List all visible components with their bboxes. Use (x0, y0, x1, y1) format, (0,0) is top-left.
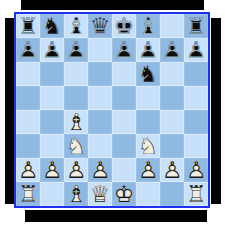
square-d3[interactable] (88, 134, 112, 158)
piece-white-pawn: ♟♙ (64, 158, 88, 182)
square-f5[interactable] (136, 86, 160, 110)
pawn-glyph-outline: ♙ (136, 38, 160, 62)
square-e6[interactable] (112, 62, 136, 86)
pawn-glyph-outline: ♙ (136, 158, 160, 182)
square-g2[interactable]: ♟♙ (160, 158, 184, 182)
piece-white-knight: ♞♘ (136, 134, 160, 158)
piece-white-rook: ♜♖ (16, 182, 40, 206)
pawn-glyph-outline: ♙ (112, 38, 136, 62)
square-h3[interactable] (184, 134, 208, 158)
square-f7[interactable]: ♟♙ (136, 38, 160, 62)
pawn-glyph-outline: ♙ (64, 38, 88, 62)
square-a1[interactable]: ♜♖ (16, 182, 40, 206)
square-c2[interactable]: ♟♙ (64, 158, 88, 182)
square-g7[interactable]: ♟♙ (160, 38, 184, 62)
piece-white-pawn: ♟♙ (16, 158, 40, 182)
piece-white-pawn: ♟♙ (40, 158, 64, 182)
square-c7[interactable]: ♟♙ (64, 38, 88, 62)
square-d6[interactable] (88, 62, 112, 86)
square-f4[interactable] (136, 110, 160, 134)
pawn-glyph-outline: ♙ (16, 38, 40, 62)
bishop-glyph-outline: ♗ (64, 14, 88, 38)
pawn-glyph-outline: ♙ (64, 158, 88, 182)
square-b2[interactable]: ♟♙ (40, 158, 64, 182)
square-e1[interactable]: ♚♔ (112, 182, 136, 206)
piece-black-knight: ♞♘ (136, 62, 160, 86)
piece-white-pawn: ♟♙ (160, 158, 184, 182)
pawn-glyph-outline: ♙ (184, 38, 208, 62)
square-b1[interactable] (40, 182, 64, 206)
rook-glyph-outline: ♖ (16, 182, 40, 206)
square-h4[interactable] (184, 110, 208, 134)
square-c8[interactable]: ♝♗ (64, 14, 88, 38)
square-e4[interactable] (112, 110, 136, 134)
knight-glyph-outline: ♘ (64, 134, 88, 158)
square-e8[interactable]: ♚♔ (112, 14, 136, 38)
piece-black-pawn: ♟♙ (64, 38, 88, 62)
square-c6[interactable] (64, 62, 88, 86)
square-e3[interactable] (112, 134, 136, 158)
square-a3[interactable] (16, 134, 40, 158)
square-b4[interactable] (40, 110, 64, 134)
square-h7[interactable]: ♟♙ (184, 38, 208, 62)
piece-black-knight: ♞♘ (40, 14, 64, 38)
square-a2[interactable]: ♟♙ (16, 158, 40, 182)
square-d4[interactable] (88, 110, 112, 134)
square-b3[interactable] (40, 134, 64, 158)
bishop-glyph-outline: ♗ (64, 182, 88, 206)
square-e5[interactable] (112, 86, 136, 110)
square-d2[interactable]: ♟♙ (88, 158, 112, 182)
bishop-glyph-outline: ♗ (64, 110, 88, 134)
piece-black-pawn: ♟♙ (136, 38, 160, 62)
piece-white-bishop: ♝♗ (64, 182, 88, 206)
board-shadow-top (21, 0, 204, 10)
square-h8[interactable]: ♜♖ (184, 14, 208, 38)
square-f6[interactable]: ♞♘ (136, 62, 160, 86)
square-a8[interactable]: ♜♖ (16, 14, 40, 38)
piece-black-bishop: ♝♗ (136, 14, 160, 38)
piece-white-queen: ♛♕ (88, 182, 112, 206)
piece-white-knight: ♞♘ (64, 134, 88, 158)
square-g1[interactable] (160, 182, 184, 206)
pawn-glyph-outline: ♙ (88, 158, 112, 182)
square-b6[interactable] (40, 62, 64, 86)
king-glyph-outline: ♔ (112, 14, 136, 38)
square-h6[interactable] (184, 62, 208, 86)
square-d7[interactable] (88, 38, 112, 62)
rook-glyph-outline: ♖ (184, 182, 208, 206)
square-f8[interactable]: ♝♗ (136, 14, 160, 38)
piece-black-pawn: ♟♙ (112, 38, 136, 62)
square-g3[interactable] (160, 134, 184, 158)
piece-black-rook: ♜♖ (16, 14, 40, 38)
square-e2[interactable] (112, 158, 136, 182)
square-h1[interactable]: ♜♖ (184, 182, 208, 206)
square-d5[interactable] (88, 86, 112, 110)
pawn-glyph-outline: ♙ (160, 158, 184, 182)
piece-white-rook: ♜♖ (184, 182, 208, 206)
piece-black-pawn: ♟♙ (184, 38, 208, 62)
chess-board: ♜♖♞♘♝♗♛♕♚♔♝♗♜♖♟♙♟♙♟♙♟♙♟♙♟♙♟♙♞♘♝♗♞♘♞♘♟♙♟♙… (14, 12, 210, 208)
piece-black-queen: ♛♕ (88, 14, 112, 38)
piece-white-pawn: ♟♙ (88, 158, 112, 182)
knight-glyph-outline: ♘ (136, 62, 160, 86)
piece-black-pawn: ♟♙ (160, 38, 184, 62)
pawn-glyph-outline: ♙ (16, 158, 40, 182)
pawn-glyph-outline: ♙ (40, 38, 64, 62)
rook-glyph-outline: ♖ (184, 14, 208, 38)
square-c3[interactable]: ♞♘ (64, 134, 88, 158)
square-e7[interactable]: ♟♙ (112, 38, 136, 62)
square-f2[interactable]: ♟♙ (136, 158, 160, 182)
piece-white-king: ♚♔ (112, 182, 136, 206)
square-a6[interactable] (16, 62, 40, 86)
piece-black-king: ♚♔ (112, 14, 136, 38)
square-f1[interactable] (136, 182, 160, 206)
square-d8[interactable]: ♛♕ (88, 14, 112, 38)
queen-glyph-outline: ♕ (88, 182, 112, 206)
board-shadow-right (211, 18, 221, 204)
square-a4[interactable] (16, 110, 40, 134)
square-g8[interactable] (160, 14, 184, 38)
square-c4[interactable]: ♝♗ (64, 110, 88, 134)
square-c5[interactable] (64, 86, 88, 110)
pawn-glyph-outline: ♙ (40, 158, 64, 182)
rook-glyph-outline: ♖ (16, 14, 40, 38)
square-h2[interactable]: ♟♙ (184, 158, 208, 182)
bishop-glyph-outline: ♗ (136, 14, 160, 38)
square-c1[interactable]: ♝♗ (64, 182, 88, 206)
square-b7[interactable]: ♟♙ (40, 38, 64, 62)
square-h5[interactable] (184, 86, 208, 110)
pawn-glyph-outline: ♙ (160, 38, 184, 62)
king-glyph-outline: ♔ (112, 182, 136, 206)
piece-white-bishop: ♝♗ (64, 110, 88, 134)
piece-black-pawn: ♟♙ (40, 38, 64, 62)
piece-black-pawn: ♟♙ (16, 38, 40, 62)
piece-white-pawn: ♟♙ (184, 158, 208, 182)
square-f3[interactable]: ♞♘ (136, 134, 160, 158)
chess-app-window: ♜♖♞♘♝♗♛♕♚♔♝♗♜♖♟♙♟♙♟♙♟♙♟♙♟♙♟♙♞♘♝♗♞♘♞♘♟♙♟♙… (0, 0, 225, 225)
square-g6[interactable] (160, 62, 184, 86)
knight-glyph-outline: ♘ (40, 14, 64, 38)
board-shadow-left (5, 18, 14, 204)
square-d1[interactable]: ♛♕ (88, 182, 112, 206)
square-g5[interactable] (160, 86, 184, 110)
square-g4[interactable] (160, 110, 184, 134)
queen-glyph-outline: ♕ (88, 14, 112, 38)
pawn-glyph-outline: ♙ (184, 158, 208, 182)
knight-glyph-outline: ♘ (136, 134, 160, 158)
square-a5[interactable] (16, 86, 40, 110)
piece-black-rook: ♜♖ (184, 14, 208, 38)
piece-white-pawn: ♟♙ (136, 158, 160, 182)
square-a7[interactable]: ♟♙ (16, 38, 40, 62)
board-shadow-bottom (25, 210, 207, 222)
square-b5[interactable] (40, 86, 64, 110)
square-b8[interactable]: ♞♘ (40, 14, 64, 38)
piece-black-bishop: ♝♗ (64, 14, 88, 38)
